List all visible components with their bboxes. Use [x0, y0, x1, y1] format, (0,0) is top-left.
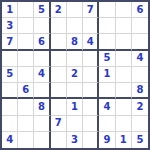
sudoku-cell-r2c4[interactable] — [51, 18, 67, 34]
sudoku-cell-r1c3[interactable]: 5 — [34, 2, 50, 18]
sudoku-cell-r3c6[interactable]: 4 — [83, 34, 99, 50]
sudoku-cell-r2c2[interactable] — [18, 18, 34, 34]
sudoku-cell-r9c3[interactable] — [34, 132, 50, 148]
sudoku-cell-r3c2[interactable] — [18, 34, 34, 50]
sudoku-cell-r6c2[interactable]: 6 — [18, 83, 34, 99]
sudoku-cell-r8c3[interactable] — [34, 116, 50, 132]
sudoku-cell-r7c9[interactable]: 2 — [132, 99, 148, 115]
sudoku-cell-r3c3[interactable]: 6 — [34, 34, 50, 50]
sudoku-cell-r6c7[interactable] — [99, 83, 115, 99]
sudoku-cell-r8c1[interactable] — [2, 116, 18, 132]
sudoku-cell-r3c8[interactable] — [116, 34, 132, 50]
sudoku-cell-r9c1[interactable]: 4 — [2, 132, 18, 148]
sudoku-cell-r7c5[interactable]: 1 — [67, 99, 83, 115]
sudoku-cell-r6c3[interactable] — [34, 83, 50, 99]
sudoku-cell-r5c9[interactable] — [132, 67, 148, 83]
sudoku-cell-r4c7[interactable]: 5 — [99, 51, 115, 67]
sudoku-cell-r1c9[interactable]: 6 — [132, 2, 148, 18]
sudoku-cell-r3c7[interactable] — [99, 34, 115, 50]
sudoku-cell-r9c5[interactable]: 3 — [67, 132, 83, 148]
sudoku-cell-r4c9[interactable]: 4 — [132, 51, 148, 67]
sudoku-cell-r8c8[interactable] — [116, 116, 132, 132]
sudoku-cell-r6c8[interactable] — [116, 83, 132, 99]
sudoku-board: 1527637684545421688142743915 — [0, 0, 150, 150]
sudoku-cell-r2c8[interactable] — [116, 18, 132, 34]
sudoku-cell-r3c4[interactable] — [51, 34, 67, 50]
sudoku-cell-r5c5[interactable]: 2 — [67, 67, 83, 83]
sudoku-cell-r4c4[interactable] — [51, 51, 67, 67]
sudoku-cell-r1c1[interactable]: 1 — [2, 2, 18, 18]
sudoku-cell-r4c1[interactable] — [2, 51, 18, 67]
sudoku-cell-r7c8[interactable] — [116, 99, 132, 115]
sudoku-cell-r4c2[interactable] — [18, 51, 34, 67]
sudoku-cell-r6c1[interactable] — [2, 83, 18, 99]
sudoku-cell-r5c7[interactable]: 1 — [99, 67, 115, 83]
sudoku-cell-r4c5[interactable] — [67, 51, 83, 67]
sudoku-cell-r5c1[interactable]: 5 — [2, 67, 18, 83]
sudoku-cell-r7c6[interactable] — [83, 99, 99, 115]
sudoku-cell-r7c2[interactable] — [18, 99, 34, 115]
sudoku-cell-r2c6[interactable] — [83, 18, 99, 34]
sudoku-cell-r4c3[interactable] — [34, 51, 50, 67]
sudoku-cell-r5c2[interactable] — [18, 67, 34, 83]
sudoku-cell-r9c7[interactable]: 9 — [99, 132, 115, 148]
sudoku-cell-r8c5[interactable] — [67, 116, 83, 132]
sudoku-cell-r9c9[interactable]: 5 — [132, 132, 148, 148]
sudoku-cell-r6c9[interactable]: 8 — [132, 83, 148, 99]
sudoku-cell-r1c2[interactable] — [18, 2, 34, 18]
sudoku-cell-r7c1[interactable] — [2, 99, 18, 115]
sudoku-cell-r1c4[interactable]: 2 — [51, 2, 67, 18]
sudoku-cell-r1c8[interactable] — [116, 2, 132, 18]
sudoku-cell-r8c6[interactable] — [83, 116, 99, 132]
sudoku-cell-r3c9[interactable] — [132, 34, 148, 50]
sudoku-cell-r4c6[interactable] — [83, 51, 99, 67]
sudoku-cell-r1c7[interactable] — [99, 2, 115, 18]
sudoku-cell-r8c4[interactable]: 7 — [51, 116, 67, 132]
sudoku-cell-r7c3[interactable]: 8 — [34, 99, 50, 115]
sudoku-cell-r5c3[interactable]: 4 — [34, 67, 50, 83]
sudoku-cell-r3c5[interactable]: 8 — [67, 34, 83, 50]
sudoku-cell-r5c8[interactable] — [116, 67, 132, 83]
sudoku-cell-r1c6[interactable]: 7 — [83, 2, 99, 18]
sudoku-cell-r6c4[interactable] — [51, 83, 67, 99]
sudoku-cell-r2c1[interactable]: 3 — [2, 18, 18, 34]
sudoku-cell-r6c6[interactable] — [83, 83, 99, 99]
sudoku-cell-r2c7[interactable] — [99, 18, 115, 34]
sudoku-cell-r7c7[interactable]: 4 — [99, 99, 115, 115]
sudoku-cell-r3c1[interactable]: 7 — [2, 34, 18, 50]
sudoku-cell-r7c4[interactable] — [51, 99, 67, 115]
sudoku-cell-r8c7[interactable] — [99, 116, 115, 132]
sudoku-cell-r9c4[interactable] — [51, 132, 67, 148]
sudoku-cell-r2c5[interactable] — [67, 18, 83, 34]
sudoku-cell-r6c5[interactable] — [67, 83, 83, 99]
sudoku-cell-r9c2[interactable] — [18, 132, 34, 148]
sudoku-cell-r5c6[interactable] — [83, 67, 99, 83]
sudoku-cell-r2c9[interactable] — [132, 18, 148, 34]
sudoku-cell-r2c3[interactable] — [34, 18, 50, 34]
sudoku-cell-r8c9[interactable] — [132, 116, 148, 132]
sudoku-cell-r8c2[interactable] — [18, 116, 34, 132]
sudoku-cell-r4c8[interactable] — [116, 51, 132, 67]
sudoku-cell-r9c8[interactable]: 1 — [116, 132, 132, 148]
sudoku-cell-r1c5[interactable] — [67, 2, 83, 18]
sudoku-cell-r5c4[interactable] — [51, 67, 67, 83]
sudoku-cell-r9c6[interactable] — [83, 132, 99, 148]
